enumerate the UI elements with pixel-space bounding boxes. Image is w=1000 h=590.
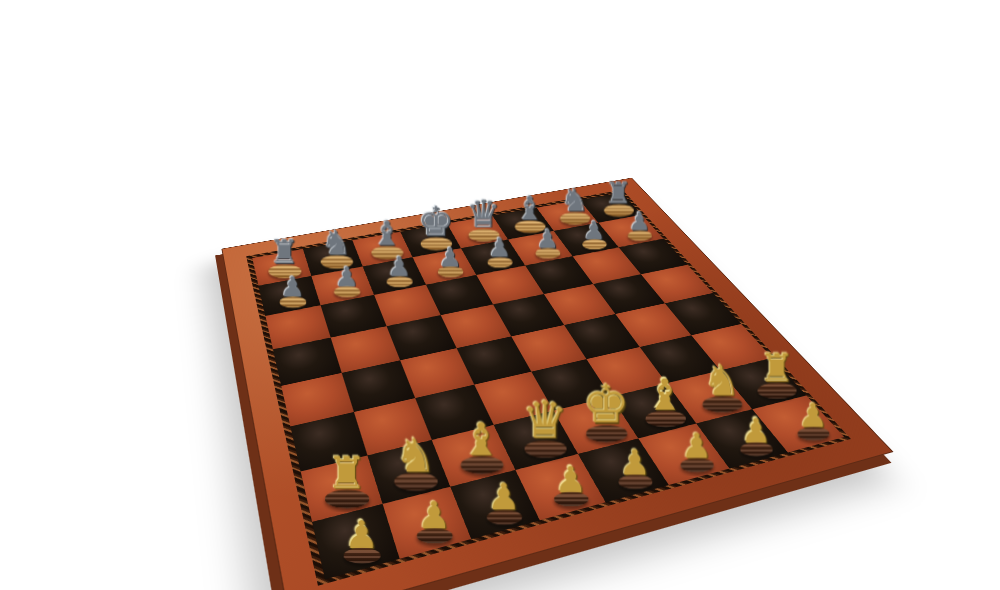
piece-base	[740, 443, 773, 457]
square-h6	[619, 239, 687, 274]
piece-base	[343, 548, 380, 564]
piece-base	[334, 286, 360, 297]
piece-base	[460, 456, 503, 474]
piece-base	[582, 239, 607, 250]
chess-board: ♜♞♝♚♛♝♞♜♟♟♟♟♟♟♟♟♜♞♝♛♚♝♞♜♟♟♟♟♟♟♟♟	[221, 178, 893, 590]
board-scene: ♜♞♝♚♛♝♞♜♟♟♟♟♟♟♟♟♜♞♝♛♚♝♞♜♟♟♟♟♟♟♟♟	[0, 0, 1000, 590]
square-e5	[493, 294, 564, 336]
piece-base	[268, 265, 301, 279]
chess-set-photo: ♜♞♝♚♛♝♞♜♟♟♟♟♟♟♟♟♜♞♝♛♚♝♞♜♟♟♟♟♟♟♟♟	[0, 0, 1000, 590]
piece-white-pawn-h1: ♟	[781, 400, 846, 441]
piece-base	[514, 220, 545, 233]
piece-base	[757, 383, 796, 399]
piece-base	[627, 231, 651, 241]
piece-base	[618, 475, 652, 490]
piece-base	[560, 212, 590, 225]
piece-base	[645, 411, 686, 428]
piece-base	[524, 441, 566, 459]
board-leather-border: ♜♞♝♚♛♝♞♜♟♟♟♟♟♟♟♟♜♞♝♛♚♝♞♜♟♟♟♟♟♟♟♟	[221, 178, 893, 590]
black-knight-icon: ♞	[321, 226, 352, 260]
piece-base	[604, 204, 634, 216]
piece-base	[386, 276, 412, 287]
piece-base	[324, 490, 369, 509]
piece-black-rook-h8: ♜	[595, 179, 642, 217]
piece-base	[416, 529, 452, 545]
piece-base	[486, 510, 522, 525]
white-pawn-icon: ♟	[681, 430, 712, 465]
piece-base	[586, 425, 627, 442]
piece-base	[320, 255, 353, 269]
black-rook-icon: ♜	[605, 179, 632, 209]
piece-base	[535, 248, 560, 259]
piece-white-pawn-a1: ♟	[324, 516, 399, 564]
black-rook-icon: ♜	[270, 236, 300, 269]
piece-base	[797, 427, 829, 441]
piece-base	[420, 237, 452, 250]
piece-base	[487, 257, 512, 268]
white-pawn-icon: ♟	[344, 516, 378, 554]
white-pawn-icon: ♟	[417, 498, 451, 536]
piece-base	[680, 458, 713, 472]
square-e3	[531, 359, 611, 411]
white-pawn-icon: ♟	[798, 400, 828, 433]
piece-base	[468, 229, 499, 242]
white-pawn-icon: ♟	[488, 480, 521, 517]
piece-base	[554, 492, 589, 507]
black-bishop-icon: ♝	[372, 217, 402, 251]
board-rope-trim: ♜♞♝♚♛♝♞♜♟♟♟♟♟♟♟♟♜♞♝♛♚♝♞♜♟♟♟♟♟♟♟♟	[246, 190, 851, 586]
piece-base	[437, 267, 463, 278]
piece-white-rook-h2: ♜	[746, 349, 808, 399]
piece-base	[394, 473, 438, 491]
piece-base	[702, 396, 742, 413]
white-pawn-icon: ♟	[555, 462, 587, 498]
board-grid: ♜♞♝♚♛♝♞♜♟♟♟♟♟♟♟♟♜♞♝♛♚♝♞♜♟♟♟♟♟♟♟♟	[252, 193, 844, 580]
piece-black-rook-a8: ♜	[258, 236, 310, 278]
piece-base	[279, 297, 306, 309]
black-king-icon: ♚	[418, 201, 454, 241]
white-pawn-icon: ♟	[741, 414, 771, 448]
piece-white-pawn-e1: ♟	[600, 446, 669, 490]
piece-base	[371, 246, 403, 259]
piece-white-pawn-c1: ♟	[468, 480, 540, 526]
piece-black-queen-e8: ♛	[459, 195, 508, 242]
